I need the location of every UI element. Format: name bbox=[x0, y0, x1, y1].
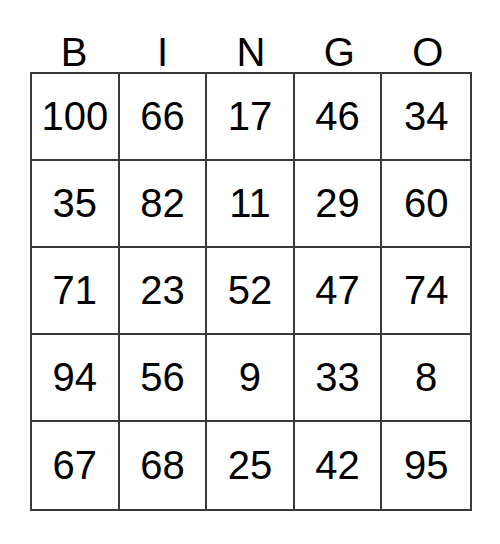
bingo-cell-r4c2[interactable]: 56 bbox=[120, 335, 208, 422]
bingo-cell-r1c4[interactable]: 46 bbox=[295, 74, 383, 161]
bingo-cell-r3c2[interactable]: 23 bbox=[120, 248, 208, 335]
bingo-cell-r5c4[interactable]: 42 bbox=[295, 422, 383, 509]
bingo-cell-r1c3[interactable]: 17 bbox=[207, 74, 295, 161]
bingo-cell-r1c1[interactable]: 100 bbox=[32, 74, 120, 161]
bingo-cell-r5c3[interactable]: 25 bbox=[207, 422, 295, 509]
header-letter-o: O bbox=[384, 32, 472, 72]
bingo-cell-r4c4[interactable]: 33 bbox=[295, 335, 383, 422]
bingo-cell-r4c5[interactable]: 8 bbox=[382, 335, 470, 422]
bingo-header: B I N G O bbox=[30, 0, 472, 72]
bingo-cell-r2c1[interactable]: 35 bbox=[32, 161, 120, 248]
header-letter-g: G bbox=[295, 32, 383, 72]
bingo-cell-r5c5[interactable]: 95 bbox=[382, 422, 470, 509]
bingo-cell-r4c3[interactable]: 9 bbox=[207, 335, 295, 422]
bingo-cell-r2c3[interactable]: 11 bbox=[207, 161, 295, 248]
bingo-grid: 100 66 17 46 34 35 82 11 29 60 71 23 52 … bbox=[30, 72, 472, 511]
bingo-cell-r3c3[interactable]: 52 bbox=[207, 248, 295, 335]
bingo-cell-r2c4[interactable]: 29 bbox=[295, 161, 383, 248]
bingo-cell-r1c2[interactable]: 66 bbox=[120, 74, 208, 161]
bingo-cell-r3c1[interactable]: 71 bbox=[32, 248, 120, 335]
bingo-cell-r4c1[interactable]: 94 bbox=[32, 335, 120, 422]
bingo-cell-r3c5[interactable]: 74 bbox=[382, 248, 470, 335]
header-letter-b: B bbox=[30, 32, 118, 72]
header-letter-n: N bbox=[207, 32, 295, 72]
header-letter-i: I bbox=[118, 32, 206, 72]
bingo-card: B I N G O 100 66 17 46 34 35 82 11 29 60… bbox=[30, 0, 472, 511]
bingo-cell-r2c2[interactable]: 82 bbox=[120, 161, 208, 248]
bingo-cell-r5c2[interactable]: 68 bbox=[120, 422, 208, 509]
bingo-cell-r5c1[interactable]: 67 bbox=[32, 422, 120, 509]
bingo-cell-r2c5[interactable]: 60 bbox=[382, 161, 470, 248]
bingo-cell-r1c5[interactable]: 34 bbox=[382, 74, 470, 161]
bingo-cell-r3c4[interactable]: 47 bbox=[295, 248, 383, 335]
